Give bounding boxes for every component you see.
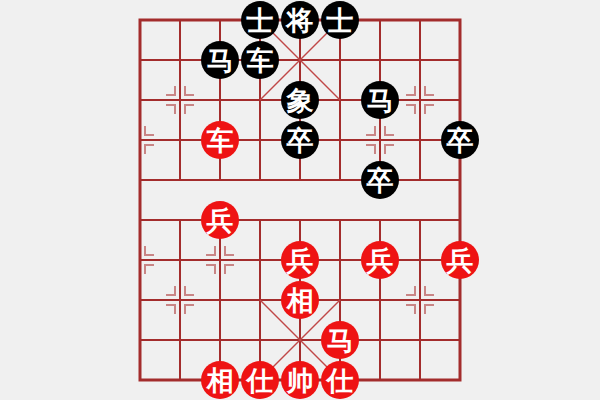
piece-black-chariot[interactable]: 车	[241, 41, 279, 79]
piece-black-horse[interactable]: 马	[361, 81, 399, 119]
piece-black-soldier[interactable]: 卒	[361, 161, 399, 199]
piece-red-advisor[interactable]: 仕	[241, 361, 279, 399]
piece-black-general[interactable]: 将	[281, 1, 319, 39]
piece-black-advisor[interactable]: 士	[321, 1, 359, 39]
piece-black-elephant[interactable]: 象	[281, 81, 319, 119]
piece-red-soldier[interactable]: 兵	[281, 241, 319, 279]
piece-red-soldier[interactable]: 兵	[361, 241, 399, 279]
piece-red-elephant[interactable]: 相	[281, 281, 319, 319]
piece-red-soldier[interactable]: 兵	[201, 201, 239, 239]
piece-black-soldier[interactable]: 卒	[281, 121, 319, 159]
piece-red-soldier[interactable]: 兵	[441, 241, 479, 279]
piece-red-chariot[interactable]: 车	[201, 121, 239, 159]
piece-red-general[interactable]: 帅	[281, 361, 319, 399]
piece-black-horse[interactable]: 马	[201, 41, 239, 79]
piece-red-horse[interactable]: 马	[321, 321, 359, 359]
xiangqi-piece-layer: 士将士马车象马车卒卒卒兵兵兵兵相马相仕帅仕	[120, 0, 480, 400]
xiangqi-board-screen: 士将士马车象马车卒卒卒兵兵兵兵相马相仕帅仕	[0, 0, 600, 400]
piece-black-soldier[interactable]: 卒	[441, 121, 479, 159]
piece-red-elephant[interactable]: 相	[201, 361, 239, 399]
piece-red-advisor[interactable]: 仕	[321, 361, 359, 399]
piece-black-advisor[interactable]: 士	[241, 1, 279, 39]
